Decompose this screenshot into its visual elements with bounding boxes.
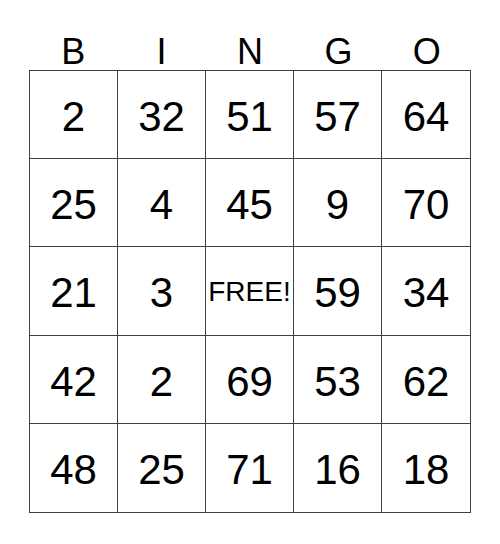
cell-r3c2[interactable]: 3 xyxy=(118,247,206,335)
cell-r3c5[interactable]: 34 xyxy=(382,247,470,335)
cell-r5c3[interactable]: 71 xyxy=(206,424,294,512)
cell-r3c1[interactable]: 21 xyxy=(30,247,118,335)
cell-r4c1[interactable]: 42 xyxy=(30,336,118,424)
cell-r4c5[interactable]: 62 xyxy=(382,336,470,424)
column-letter-o: O xyxy=(383,0,471,70)
cell-r2c4[interactable]: 9 xyxy=(294,159,382,247)
cell-r5c4[interactable]: 16 xyxy=(294,424,382,512)
cell-r1c3[interactable]: 51 xyxy=(206,71,294,159)
cell-r4c4[interactable]: 53 xyxy=(294,336,382,424)
cell-r1c4[interactable]: 57 xyxy=(294,71,382,159)
column-letter-g: G xyxy=(294,0,382,70)
cell-r5c2[interactable]: 25 xyxy=(118,424,206,512)
column-letter-i: I xyxy=(117,0,205,70)
bingo-card: B I N G O 2 32 51 57 64 25 4 45 9 70 21 … xyxy=(29,0,471,513)
cell-r4c3[interactable]: 69 xyxy=(206,336,294,424)
cell-r2c3[interactable]: 45 xyxy=(206,159,294,247)
cell-r2c5[interactable]: 70 xyxy=(382,159,470,247)
free-cell[interactable]: FREE! xyxy=(206,247,294,335)
cell-r5c5[interactable]: 18 xyxy=(382,424,470,512)
cell-r1c2[interactable]: 32 xyxy=(118,71,206,159)
column-letter-n: N xyxy=(206,0,294,70)
cell-r3c4[interactable]: 59 xyxy=(294,247,382,335)
cell-r1c1[interactable]: 2 xyxy=(30,71,118,159)
cell-r4c2[interactable]: 2 xyxy=(118,336,206,424)
column-letter-b: B xyxy=(29,0,117,70)
cell-r1c5[interactable]: 64 xyxy=(382,71,470,159)
cell-r2c1[interactable]: 25 xyxy=(30,159,118,247)
bingo-header: B I N G O xyxy=(29,0,471,70)
cell-r5c1[interactable]: 48 xyxy=(30,424,118,512)
bingo-board: 2 32 51 57 64 25 4 45 9 70 21 3 FREE! 59… xyxy=(29,70,471,513)
cell-r2c2[interactable]: 4 xyxy=(118,159,206,247)
